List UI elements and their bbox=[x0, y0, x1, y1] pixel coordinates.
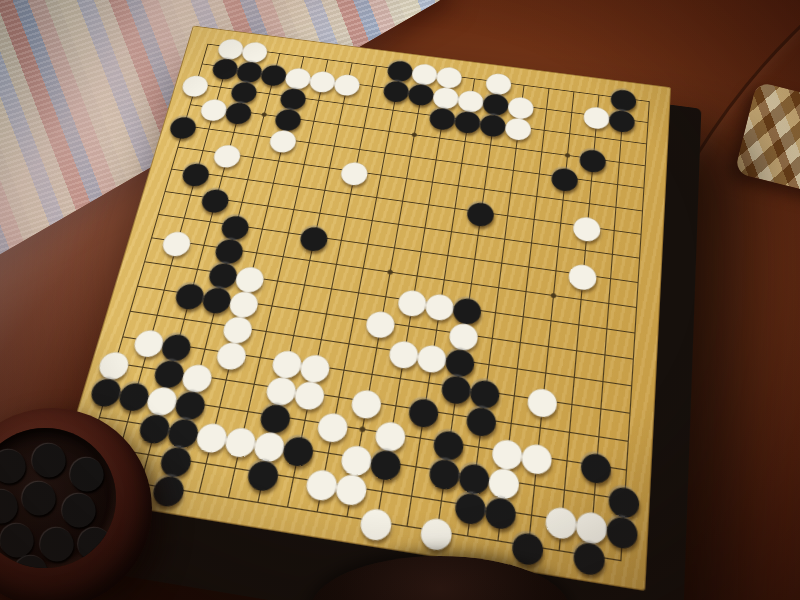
stone-white[interactable]: ● bbox=[419, 513, 453, 548]
stone-black[interactable]: ● bbox=[573, 537, 606, 573]
black-stone-in-bowl[interactable]: ● bbox=[14, 552, 48, 568]
star-point bbox=[387, 269, 393, 274]
star-point bbox=[565, 153, 570, 158]
stone-black[interactable]: ● bbox=[466, 198, 496, 225]
stone-white[interactable]: ● bbox=[573, 213, 602, 240]
stone-white[interactable]: ● bbox=[212, 141, 243, 166]
stone-white[interactable]: ● bbox=[359, 503, 394, 538]
black-stone-in-bowl[interactable]: ● bbox=[22, 478, 56, 512]
stone-white[interactable]: ● bbox=[268, 126, 298, 151]
stone-black[interactable]: ● bbox=[299, 223, 330, 250]
stone-white[interactable]: ● bbox=[527, 384, 559, 416]
stone-white[interactable]: ● bbox=[333, 71, 362, 95]
goban-grid[interactable]: ●●●●●●●●●●●●●●●●●●●●●●●●●●●●●●●●●●●●●●●●… bbox=[82, 44, 650, 562]
stone-black[interactable]: ● bbox=[151, 471, 188, 505]
stone-white[interactable]: ● bbox=[161, 227, 194, 254]
star-point bbox=[551, 293, 557, 299]
stone-black[interactable]: ● bbox=[246, 456, 281, 490]
stone-white[interactable]: ● bbox=[215, 338, 249, 368]
stone-white[interactable]: ● bbox=[568, 260, 597, 288]
stone-white[interactable]: ● bbox=[504, 114, 532, 139]
stone-black[interactable]: ● bbox=[369, 445, 403, 478]
stone-black[interactable]: ● bbox=[551, 164, 579, 190]
stone-black[interactable]: ● bbox=[608, 107, 635, 131]
black-stone-in-bowl[interactable]: ● bbox=[78, 524, 112, 558]
star-point bbox=[261, 112, 267, 117]
stone-white[interactable]: ● bbox=[521, 439, 553, 472]
stone-black[interactable]: ● bbox=[168, 113, 199, 138]
star-point bbox=[359, 426, 365, 432]
bowl-interior: ●●●●●●●●●● bbox=[0, 428, 116, 568]
star-point bbox=[412, 132, 418, 137]
stone-black[interactable]: ● bbox=[511, 527, 545, 563]
stone-black[interactable]: ● bbox=[224, 99, 254, 123]
stone-black[interactable]: ● bbox=[579, 146, 607, 171]
stone-white[interactable]: ● bbox=[340, 158, 370, 184]
stone-black[interactable]: ● bbox=[606, 511, 638, 546]
